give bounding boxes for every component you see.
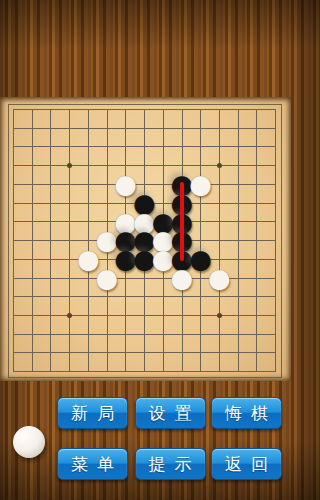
new-game-button[interactable]: 新局 [57, 397, 128, 429]
menu-label: 菜单 [71, 453, 123, 476]
white-stone: ● [191, 175, 210, 194]
hint-button[interactable]: 提示 [135, 448, 206, 480]
white-stone: ● [172, 268, 191, 287]
board[interactable]: ●●●●●●●●●●●●●●●●●●●●●●● [0, 97, 291, 381]
win-line [180, 182, 184, 261]
settings-button[interactable]: 设置 [135, 397, 206, 429]
back-button[interactable]: 返回 [211, 448, 282, 480]
back-label: 返回 [225, 453, 277, 476]
undo-button[interactable]: 悔棋 [211, 397, 282, 429]
white-stone: ● [210, 268, 229, 287]
new-game-label: 新局 [71, 402, 123, 425]
settings-label: 设置 [149, 402, 201, 425]
menu-button[interactable]: 菜单 [57, 448, 128, 480]
hint-label: 提示 [149, 453, 201, 476]
stone-grid: ●●●●●●●●●●●●●●●●●●●●●●● [4, 100, 285, 381]
undo-label: 悔棋 [225, 402, 277, 425]
white-stone-icon [13, 426, 45, 458]
white-stone: ● [97, 268, 116, 287]
